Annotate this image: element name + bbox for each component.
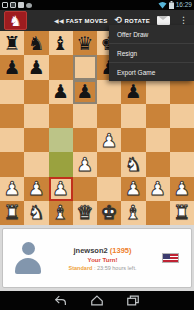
fast-rewind-icon: ◀◀ xyxy=(54,17,64,24)
home-button[interactable] xyxy=(90,295,104,306)
piece-white-pawn: ♟ xyxy=(101,131,118,150)
piece-white-pawn: ♟ xyxy=(28,179,45,198)
message-icon[interactable] xyxy=(157,16,170,25)
square-d8[interactable]: ♛ xyxy=(73,31,97,55)
piece-black-queen: ♛ xyxy=(76,34,93,53)
piece-white-knight: ♞ xyxy=(125,155,142,174)
player-rating: (1395) xyxy=(110,246,132,255)
notification-icon xyxy=(26,3,32,8)
menu-item-export-game[interactable]: Export Game xyxy=(109,63,194,81)
android-nav-bar xyxy=(0,291,194,310)
menu-item-offer-draw[interactable]: Offer Draw xyxy=(109,25,194,44)
piece-black-pawn: ♟ xyxy=(28,58,45,77)
piece-white-king: ♚ xyxy=(101,203,118,222)
square-g6[interactable] xyxy=(146,80,170,104)
square-e1[interactable]: ♚ xyxy=(97,201,121,225)
us-flag-icon xyxy=(162,253,179,263)
square-c6[interactable]: ♟ xyxy=(49,80,73,104)
square-b1[interactable]: ♞ xyxy=(24,201,48,225)
square-b5[interactable] xyxy=(24,104,48,128)
square-b2[interactable]: ♟ xyxy=(24,177,48,201)
player-name-line: jnewson2 (1395) xyxy=(74,246,132,255)
square-a3[interactable] xyxy=(0,152,24,176)
square-f2[interactable]: ♟ xyxy=(121,177,145,201)
piece-white-rook: ♜ xyxy=(173,203,190,222)
time-control-line: Standard : 23:59 hours left. xyxy=(69,265,137,271)
square-h4[interactable] xyxy=(170,128,194,152)
phone-screen: 16:29 ♞ ◀◀ FAST MOVES ⟲ ROTATE ⋮ ♜♞♝♛♚♝♞… xyxy=(0,0,194,310)
recents-button[interactable] xyxy=(126,295,140,306)
square-d7[interactable] xyxy=(73,55,97,79)
square-a2[interactable]: ♟ xyxy=(0,177,24,201)
player-card-zone: jnewson2 (1395) Your Turn! Standard : 23… xyxy=(0,225,194,291)
square-e3[interactable] xyxy=(97,152,121,176)
rotate-button[interactable]: ⟲ ROTATE xyxy=(115,16,150,25)
square-a7[interactable]: ♟ xyxy=(0,55,24,79)
piece-white-pawn: ♟ xyxy=(173,179,190,198)
square-h6[interactable] xyxy=(170,80,194,104)
square-c1[interactable]: ♝ xyxy=(49,201,73,225)
square-b6[interactable] xyxy=(24,80,48,104)
square-c7[interactable] xyxy=(49,55,73,79)
wifi-icon xyxy=(158,1,167,9)
notification-icon xyxy=(10,2,16,8)
player-username: jnewson2 xyxy=(74,246,108,255)
back-button[interactable] xyxy=(54,295,68,306)
square-a5[interactable] xyxy=(0,104,24,128)
square-g1[interactable] xyxy=(146,201,170,225)
square-f1[interactable]: ♝ xyxy=(121,201,145,225)
square-f5[interactable] xyxy=(121,104,145,128)
square-e5[interactable] xyxy=(97,104,121,128)
time-control-label: Standard xyxy=(69,265,93,271)
square-c8[interactable]: ♝ xyxy=(49,31,73,55)
square-d6[interactable]: ♟ xyxy=(73,80,97,104)
dropdown-menu: Offer DrawResignExport Game xyxy=(109,25,194,81)
piece-white-pawn: ♟ xyxy=(125,179,142,198)
square-b4[interactable] xyxy=(24,128,48,152)
piece-white-bishop: ♝ xyxy=(52,203,69,222)
square-e4[interactable]: ♟ xyxy=(97,128,121,152)
square-a8[interactable]: ♜ xyxy=(0,31,24,55)
piece-white-pawn: ♟ xyxy=(52,179,69,198)
notification-icon xyxy=(18,2,24,8)
fast-moves-button[interactable]: ◀◀ FAST MOVES xyxy=(54,17,108,24)
piece-black-bishop: ♝ xyxy=(52,34,69,53)
menu-item-resign[interactable]: Resign xyxy=(109,44,194,63)
square-d2[interactable] xyxy=(73,177,97,201)
square-f3[interactable]: ♞ xyxy=(121,152,145,176)
square-g5[interactable] xyxy=(146,104,170,128)
square-e6[interactable] xyxy=(97,80,121,104)
status-bar: 16:29 xyxy=(0,0,194,10)
square-g2[interactable]: ♟ xyxy=(146,177,170,201)
piece-white-queen: ♛ xyxy=(76,203,93,222)
piece-black-pawn: ♟ xyxy=(4,58,21,77)
square-f4[interactable] xyxy=(121,128,145,152)
square-d5[interactable] xyxy=(73,104,97,128)
square-h3[interactable] xyxy=(170,152,194,176)
square-a1[interactable]: ♜ xyxy=(0,201,24,225)
time-left-text: : 23:59 hours left. xyxy=(92,265,136,271)
piece-white-pawn: ♟ xyxy=(4,179,21,198)
square-c5[interactable] xyxy=(49,104,73,128)
square-g4[interactable] xyxy=(146,128,170,152)
square-d4[interactable] xyxy=(73,128,97,152)
clock-text: 16:29 xyxy=(176,0,192,10)
square-b7[interactable]: ♟ xyxy=(24,55,48,79)
piece-white-bishop: ♝ xyxy=(125,203,142,222)
piece-black-pawn: ♟ xyxy=(76,82,93,101)
knight-logo: ♞ xyxy=(4,11,27,30)
notification-icon xyxy=(2,2,8,8)
square-g3[interactable] xyxy=(146,152,170,176)
square-h2[interactable]: ♟ xyxy=(170,177,194,201)
player-card[interactable]: jnewson2 (1395) Your Turn! Standard : 23… xyxy=(2,228,192,288)
square-c3[interactable] xyxy=(49,152,73,176)
square-d3[interactable]: ♟ xyxy=(73,152,97,176)
square-e2[interactable] xyxy=(97,177,121,201)
square-b8[interactable]: ♞ xyxy=(24,31,48,55)
square-h1[interactable]: ♜ xyxy=(170,201,194,225)
piece-black-rook: ♜ xyxy=(4,34,21,53)
piece-white-pawn: ♟ xyxy=(149,179,166,198)
avatar-icon xyxy=(13,242,43,274)
square-a6[interactable] xyxy=(0,80,24,104)
square-c2[interactable]: ♟ xyxy=(49,177,73,201)
piece-white-knight: ♞ xyxy=(28,203,45,222)
piece-white-pawn: ♟ xyxy=(76,155,93,174)
piece-black-pawn: ♟ xyxy=(125,82,142,101)
piece-white-rook: ♜ xyxy=(4,203,21,222)
piece-black-pawn: ♟ xyxy=(52,82,69,101)
overflow-menu-icon[interactable]: ⋮ xyxy=(177,16,190,25)
square-f6[interactable]: ♟ xyxy=(121,80,145,104)
piece-black-knight: ♞ xyxy=(28,34,45,53)
rotate-icon: ⟲ xyxy=(115,16,123,25)
square-c4[interactable] xyxy=(49,128,73,152)
square-h5[interactable] xyxy=(170,104,194,128)
battery-icon xyxy=(169,1,174,9)
turn-status: Your Turn! xyxy=(88,257,118,263)
square-d1[interactable]: ♛ xyxy=(73,201,97,225)
square-b3[interactable] xyxy=(24,152,48,176)
square-a4[interactable] xyxy=(0,128,24,152)
fast-moves-label: FAST MOVES xyxy=(66,18,108,24)
rotate-label: ROTATE xyxy=(124,18,150,24)
